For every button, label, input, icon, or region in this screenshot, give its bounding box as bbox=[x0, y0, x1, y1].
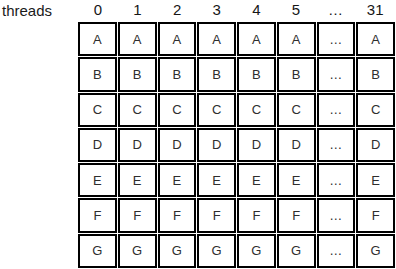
grid-cell: B bbox=[118, 57, 157, 91]
grid-cell: F bbox=[197, 198, 236, 232]
grid-cell: E bbox=[197, 163, 236, 197]
grid-cell: D bbox=[197, 128, 236, 162]
grid-cell: A bbox=[158, 22, 197, 56]
grid-cell: B bbox=[277, 57, 316, 91]
grid-cell: B bbox=[237, 57, 276, 91]
grid-cell: B bbox=[197, 57, 236, 91]
grid-cell: G bbox=[118, 234, 157, 268]
column-header: 2 bbox=[157, 0, 197, 22]
grid-cell: G bbox=[277, 234, 316, 268]
column-headers: 012345…31 bbox=[78, 0, 395, 22]
grid-cell: D bbox=[277, 128, 316, 162]
grid-cell: B bbox=[356, 57, 395, 91]
column-header: 31 bbox=[355, 0, 395, 22]
column-header: 1 bbox=[118, 0, 158, 22]
grid-cell: … bbox=[317, 22, 356, 56]
grid-cell: A bbox=[356, 22, 395, 56]
grid-cell: … bbox=[317, 198, 356, 232]
grid-cell: G bbox=[158, 234, 197, 268]
threads-label: threads bbox=[2, 1, 52, 21]
grid-cell: D bbox=[237, 128, 276, 162]
grid-cell: F bbox=[78, 198, 117, 232]
column-header: … bbox=[316, 0, 356, 22]
grid-cell: C bbox=[277, 93, 316, 127]
grid-cell: B bbox=[78, 57, 117, 91]
grid-cell: … bbox=[317, 93, 356, 127]
grid-cell: F bbox=[118, 198, 157, 232]
grid-cell: D bbox=[118, 128, 157, 162]
grid-cell: E bbox=[158, 163, 197, 197]
grid-cell: A bbox=[277, 22, 316, 56]
grid-cell: D bbox=[78, 128, 117, 162]
grid-cell: E bbox=[118, 163, 157, 197]
grid-cell: F bbox=[277, 198, 316, 232]
grid-cell: F bbox=[158, 198, 197, 232]
column-header: 3 bbox=[197, 0, 237, 22]
grid-cell: C bbox=[118, 93, 157, 127]
column-header: 5 bbox=[276, 0, 316, 22]
grid-cell: C bbox=[197, 93, 236, 127]
column-header: 0 bbox=[78, 0, 118, 22]
grid-cell: E bbox=[356, 163, 395, 197]
grid-cell: F bbox=[237, 198, 276, 232]
grid-cell: G bbox=[197, 234, 236, 268]
column-header: 4 bbox=[237, 0, 277, 22]
grid-cell: C bbox=[78, 93, 117, 127]
grid-cell: B bbox=[158, 57, 197, 91]
grid-cell: G bbox=[356, 234, 395, 268]
grid-cell: … bbox=[317, 128, 356, 162]
grid-cell: E bbox=[237, 163, 276, 197]
grid-cell: F bbox=[356, 198, 395, 232]
grid-cell: … bbox=[317, 57, 356, 91]
grid-cell: A bbox=[197, 22, 236, 56]
grid-cell: C bbox=[158, 93, 197, 127]
memory-grid: AAAAAA…ABBBBBB…BCCCCCC…CDDDDDD…DEEEEEE…E… bbox=[78, 22, 395, 268]
grid-cell: E bbox=[78, 163, 117, 197]
grid-cell: C bbox=[356, 93, 395, 127]
grid-cell: A bbox=[78, 22, 117, 56]
thread-grid-figure: threads 012345…31 AAAAAA…ABBBBBB…BCCCCCC… bbox=[0, 0, 396, 269]
grid-cell: A bbox=[237, 22, 276, 56]
grid-cell: D bbox=[158, 128, 197, 162]
grid-cell: D bbox=[356, 128, 395, 162]
grid-cell: … bbox=[317, 234, 356, 268]
grid-cell: A bbox=[118, 22, 157, 56]
grid-cell: E bbox=[277, 163, 316, 197]
grid-cell: G bbox=[237, 234, 276, 268]
grid-cell: G bbox=[78, 234, 117, 268]
grid-cell: … bbox=[317, 163, 356, 197]
grid-cell: C bbox=[237, 93, 276, 127]
